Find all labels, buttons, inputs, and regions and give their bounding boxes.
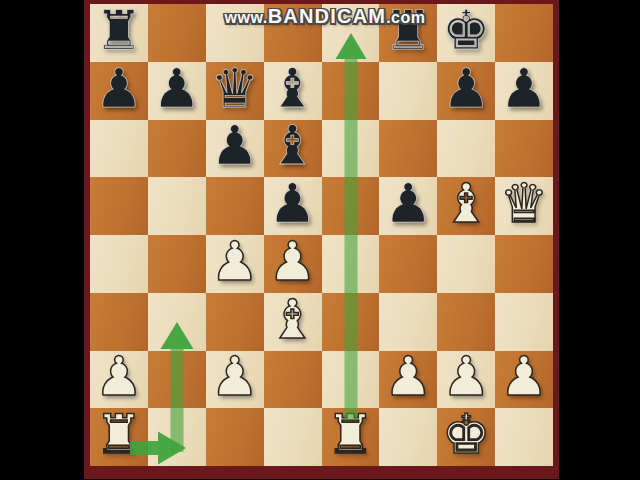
square-e7[interactable] [322, 62, 380, 120]
black-pawn-b7[interactable]: ♟ [153, 62, 201, 116]
square-d7[interactable]: ♝ [264, 62, 322, 120]
square-g4[interactable] [437, 235, 495, 293]
black-pawn-c6[interactable]: ♟ [210, 119, 258, 173]
black-queen-c7[interactable]: ♛ [210, 62, 258, 116]
square-a5[interactable] [90, 177, 148, 235]
square-a3[interactable] [90, 293, 148, 351]
bandicam-watermark: www.BANDICAM.com [224, 5, 425, 28]
square-b6[interactable] [148, 120, 206, 178]
square-c5[interactable] [206, 177, 264, 235]
square-d5[interactable]: ♟ [264, 177, 322, 235]
square-g8[interactable]: ♚ [437, 4, 495, 62]
square-f4[interactable] [379, 235, 437, 293]
square-d3[interactable]: ♝ [264, 293, 322, 351]
square-g1[interactable]: ♚ [437, 408, 495, 466]
square-h6[interactable] [495, 120, 553, 178]
black-bishop-d7[interactable]: ♝ [268, 62, 316, 116]
watermark-prefix: www. [224, 9, 267, 26]
square-h2[interactable]: ♟ [495, 351, 553, 409]
square-f5[interactable]: ♟ [379, 177, 437, 235]
square-g3[interactable] [437, 293, 495, 351]
square-b2[interactable] [148, 351, 206, 409]
square-a6[interactable] [90, 120, 148, 178]
white-pawn-g2[interactable]: ♟ [442, 350, 490, 404]
square-b4[interactable] [148, 235, 206, 293]
square-b3[interactable] [148, 293, 206, 351]
square-f2[interactable]: ♟ [379, 351, 437, 409]
square-c2[interactable]: ♟ [206, 351, 264, 409]
white-pawn-d4[interactable]: ♟ [268, 235, 316, 289]
square-e2[interactable] [322, 351, 380, 409]
square-a4[interactable] [90, 235, 148, 293]
white-pawn-f2[interactable]: ♟ [384, 350, 432, 404]
square-f1[interactable] [379, 408, 437, 466]
square-h8[interactable] [495, 4, 553, 62]
black-pawn-a7[interactable]: ♟ [95, 62, 143, 116]
square-f7[interactable] [379, 62, 437, 120]
square-b5[interactable] [148, 177, 206, 235]
square-h1[interactable] [495, 408, 553, 466]
square-b7[interactable]: ♟ [148, 62, 206, 120]
square-e4[interactable] [322, 235, 380, 293]
white-rook-e1[interactable]: ♜ [326, 408, 374, 462]
chess-board[interactable]: ♜♜♚♟♟♛♝♟♟♟♝♟♟♝♛♟♟♝♟♟♟♟♟♜♜♚ [90, 4, 553, 466]
black-rook-a8[interactable]: ♜ [95, 4, 143, 58]
black-pawn-d5[interactable]: ♟ [268, 177, 316, 231]
black-pawn-h7[interactable]: ♟ [500, 62, 548, 116]
square-h5[interactable]: ♛ [495, 177, 553, 235]
black-pawn-g7[interactable]: ♟ [442, 62, 490, 116]
square-b8[interactable] [148, 4, 206, 62]
white-bishop-d3[interactable]: ♝ [268, 293, 316, 347]
white-pawn-a2[interactable]: ♟ [95, 350, 143, 404]
square-a2[interactable]: ♟ [90, 351, 148, 409]
white-pawn-c2[interactable]: ♟ [210, 350, 258, 404]
square-h4[interactable] [495, 235, 553, 293]
square-e5[interactable] [322, 177, 380, 235]
square-h3[interactable] [495, 293, 553, 351]
square-c6[interactable]: ♟ [206, 120, 264, 178]
square-e1[interactable]: ♜ [322, 408, 380, 466]
white-queen-h5[interactable]: ♛ [500, 177, 548, 231]
video-frame: ♜♜♚♟♟♛♝♟♟♟♝♟♟♝♛♟♟♝♟♟♟♟♟♜♜♚ www.BANDICAM.… [0, 0, 640, 480]
white-pawn-h2[interactable]: ♟ [500, 350, 548, 404]
white-bishop-g5[interactable]: ♝ [442, 177, 490, 231]
square-g5[interactable]: ♝ [437, 177, 495, 235]
square-f6[interactable] [379, 120, 437, 178]
chess-board-frame: ♜♜♚♟♟♛♝♟♟♟♝♟♟♝♛♟♟♝♟♟♟♟♟♜♜♚ [84, 0, 559, 479]
square-g2[interactable]: ♟ [437, 351, 495, 409]
square-a1[interactable]: ♜ [90, 408, 148, 466]
watermark-brand: BANDICAM [268, 5, 386, 27]
square-f3[interactable] [379, 293, 437, 351]
square-d2[interactable] [264, 351, 322, 409]
square-c7[interactable]: ♛ [206, 62, 264, 120]
square-d6[interactable]: ♝ [264, 120, 322, 178]
black-bishop-d6[interactable]: ♝ [268, 119, 316, 173]
square-g6[interactable] [437, 120, 495, 178]
black-king-g8[interactable]: ♚ [442, 4, 490, 58]
square-a8[interactable]: ♜ [90, 4, 148, 62]
square-b1[interactable] [148, 408, 206, 466]
square-h7[interactable]: ♟ [495, 62, 553, 120]
black-pawn-f5[interactable]: ♟ [384, 177, 432, 231]
square-d4[interactable]: ♟ [264, 235, 322, 293]
square-c4[interactable]: ♟ [206, 235, 264, 293]
white-pawn-c4[interactable]: ♟ [210, 235, 258, 289]
square-d1[interactable] [264, 408, 322, 466]
square-g7[interactable]: ♟ [437, 62, 495, 120]
square-c3[interactable] [206, 293, 264, 351]
square-c1[interactable] [206, 408, 264, 466]
watermark-suffix: .com [386, 9, 425, 26]
square-e3[interactable] [322, 293, 380, 351]
white-rook-a1[interactable]: ♜ [95, 408, 143, 462]
square-a7[interactable]: ♟ [90, 62, 148, 120]
square-e6[interactable] [322, 120, 380, 178]
white-king-g1[interactable]: ♚ [442, 408, 490, 462]
